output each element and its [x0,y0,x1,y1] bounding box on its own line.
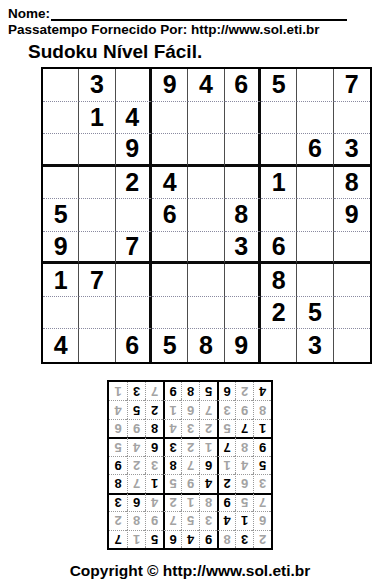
solution-cell-r2c5: 5 [181,511,199,529]
solution-cell-r5c9: 9 [109,456,127,474]
solution-cell-r1c8: 1 [127,530,145,548]
cell-r5c3[interactable] [116,199,152,232]
cell-r3c5[interactable] [188,134,224,167]
solution-cell-r1c2: 3 [235,530,253,548]
cell-r3c9: 3 [334,134,370,167]
cell-r4c5[interactable] [188,167,224,200]
solution-cell-r8c9: 4 [109,400,127,418]
solution-cell-r8c3: 3 [217,400,235,418]
solution-cell-r4c1: 3 [253,474,271,492]
solution-cell-r5c6: 8 [163,456,181,474]
solution-cell-r6c5: 2 [181,437,199,455]
solution-cell-r2c2: 1 [235,511,253,529]
cell-r8c5[interactable] [188,297,224,330]
solution-cell-r6c6: 3 [163,437,181,455]
cell-r8c3[interactable] [116,297,152,330]
cell-r5c1: 5 [43,199,79,232]
cell-r7c6[interactable] [225,264,261,297]
solution-cell-r7c3: 5 [217,419,235,437]
cell-r2c6[interactable] [225,102,261,135]
cell-r1c7: 5 [261,69,297,102]
cell-r4c6[interactable] [225,167,261,200]
cell-r2c3: 4 [116,102,152,135]
solution-cell-r8c1: 8 [253,400,271,418]
cell-r8c9[interactable] [334,297,370,330]
solution-cell-r6c4: 1 [199,437,217,455]
solution-cell-r6c2: 8 [235,437,253,455]
cell-r8c2[interactable] [79,297,115,330]
solution-cell-r9c8: 3 [127,382,145,400]
cell-r5c6: 8 [225,199,261,232]
cell-r8c1[interactable] [43,297,79,330]
copyright-text: Copyright © http://www.sol.eti.br [0,562,380,580]
cell-r2c9[interactable] [334,102,370,135]
solution-cell-r7c5: 3 [181,419,199,437]
cell-r9c8: 3 [297,329,333,362]
solution-cell-r8c4: 7 [199,400,217,418]
cell-r3c4[interactable] [152,134,188,167]
solution-cell-r3c6: 2 [163,493,181,511]
cell-r3c6[interactable] [225,134,261,167]
cell-r7c2: 7 [79,264,115,297]
cell-r4c4: 4 [152,167,188,200]
solution-cell-r3c9: 3 [109,493,127,511]
cell-r7c8[interactable] [297,264,333,297]
solution-cell-r3c8: 6 [127,493,145,511]
solution-cell-r5c3: 1 [217,456,235,474]
cell-r4c3: 2 [116,167,152,200]
solution-cell-r3c2: 5 [235,493,253,511]
cell-r7c1: 1 [43,264,79,297]
cell-r9c2[interactable] [79,329,115,362]
solution-cell-r2c7: 9 [145,511,163,529]
solution-cell-r3c4: 8 [199,493,217,511]
solution-cell-r4c3: 2 [217,474,235,492]
cell-r3c2[interactable] [79,134,115,167]
cell-r4c2[interactable] [79,167,115,200]
solution-cell-r9c6: 9 [163,382,181,400]
solution-cell-r8c2: 9 [235,400,253,418]
solution-cell-r4c5: 9 [181,474,199,492]
cell-r2c7[interactable] [261,102,297,135]
solution-cell-r4c6: 5 [163,474,181,492]
cell-r9c1: 4 [43,329,79,362]
cell-r1c9: 7 [334,69,370,102]
cell-r6c7: 6 [261,232,297,265]
cell-r6c3: 7 [116,232,152,265]
name-blank-line[interactable] [51,6,347,21]
solution-cell-r2c4: 3 [199,511,217,529]
solution-cell-r9c7: 7 [145,382,163,400]
cell-r6c6: 3 [225,232,261,265]
solution-cell-r4c2: 6 [235,474,253,492]
solution-cell-r4c8: 7 [127,474,145,492]
solution-cell-r4c9: 8 [109,474,127,492]
page: Nome: Passatempo Fornecido Por: http://w… [0,0,380,585]
solution-cell-r6c1: 9 [253,437,271,455]
cell-r1c3[interactable] [116,69,152,102]
solution-cell-r7c1: 1 [253,419,271,437]
cell-r6c4[interactable] [152,232,188,265]
solution-cell-r7c7: 8 [145,419,163,437]
cell-r6c2[interactable] [79,232,115,265]
cell-r5c4: 6 [152,199,188,232]
solution-cell-r7c6: 4 [163,419,181,437]
cell-r5c7[interactable] [261,199,297,232]
solution-cell-r2c9: 2 [109,511,127,529]
cell-r1c8[interactable] [297,69,333,102]
solution-cell-r7c9: 6 [109,419,127,437]
solution-cell-r8c7: 2 [145,400,163,418]
solution-cell-r2c6: 7 [163,511,181,529]
solution-cell-r5c1: 5 [253,456,271,474]
solution-cell-r8c5: 6 [181,400,199,418]
cell-r1c4: 9 [152,69,188,102]
sudoku-board: 3946571496324185689973617825465893 [41,67,372,364]
solution-cell-r9c1: 4 [253,382,271,400]
solution-cell-r5c8: 2 [127,456,145,474]
cell-r3c3: 9 [116,134,152,167]
solution-cell-r6c8: 4 [127,437,145,455]
solution-cell-r2c1: 6 [253,511,271,529]
solution-cell-r1c6: 6 [163,530,181,548]
cell-r7c7: 8 [261,264,297,297]
solution-cell-r9c9: 1 [109,382,127,400]
solution-cell-r9c4: 5 [199,382,217,400]
cell-r5c8[interactable] [297,199,333,232]
cell-r1c5: 4 [188,69,224,102]
solution-cell-r6c7: 6 [145,437,163,455]
cell-r5c9: 9 [334,199,370,232]
solution-cell-r1c9: 7 [109,530,127,548]
cell-r9c7[interactable] [261,329,297,362]
solution-cell-r7c8: 9 [127,419,145,437]
cell-r1c6: 6 [225,69,261,102]
solution-cell-r3c1: 7 [253,493,271,511]
cell-r9c3: 6 [116,329,152,362]
solution-cell-r1c3: 8 [217,530,235,548]
solution-cell-r4c4: 4 [199,474,217,492]
solution-cell-r5c2: 4 [235,456,253,474]
cell-r6c1: 9 [43,232,79,265]
solution-cell-r9c3: 6 [217,382,235,400]
cell-r2c5[interactable] [188,102,224,135]
solution-cell-r1c5: 4 [181,530,199,548]
provided-by-text: Passatempo Fornecido Por: http://www.sol… [8,22,380,39]
cell-r2c4[interactable] [152,102,188,135]
solution-cell-r3c7: 4 [145,493,163,511]
name-label: Nome: [8,6,50,21]
cell-r5c5[interactable] [188,199,224,232]
solution-cell-r6c9: 5 [109,437,127,455]
solution-cell-r1c4: 9 [199,530,217,548]
solution-cell-r1c1: 2 [253,530,271,548]
cell-r7c3[interactable] [116,264,152,297]
cell-r2c2: 1 [79,102,115,135]
solution-cell-r2c3: 4 [217,511,235,529]
solution-cell-r9c5: 8 [181,382,199,400]
cell-r6c8[interactable] [297,232,333,265]
cell-r9c4: 5 [152,329,188,362]
cell-r1c2: 3 [79,69,115,102]
cell-r2c1[interactable] [43,102,79,135]
cell-r3c8: 6 [297,134,333,167]
cell-r8c8: 5 [297,297,333,330]
cell-r7c9[interactable] [334,264,370,297]
page-title: Sudoku Nível Fácil. [28,41,380,65]
cell-r9c5: 8 [188,329,224,362]
solution-cell-r3c5: 1 [181,493,199,511]
solution-cell-r5c7: 3 [145,456,163,474]
solution-cell-r5c4: 6 [199,456,217,474]
solution-cell-r4c7: 1 [145,474,163,492]
solution-cell-r9c2: 2 [235,382,253,400]
solution-cell-r7c4: 2 [199,419,217,437]
cell-r6c9[interactable] [334,232,370,265]
solution-cell-r6c3: 7 [217,437,235,455]
solution-board: 2389465176143579827598124633624951785416… [107,380,273,550]
cell-r6c5[interactable] [188,232,224,265]
cell-r4c9: 8 [334,167,370,200]
solution-cell-r3c3: 9 [217,493,235,511]
solution-cell-r1c7: 5 [145,530,163,548]
cell-r8c6[interactable] [225,297,261,330]
cell-r5c2[interactable] [79,199,115,232]
name-row: Nome: [8,3,347,21]
cell-r4c1[interactable] [43,167,79,200]
cell-r7c4[interactable] [152,264,188,297]
cell-r1c1[interactable] [43,69,79,102]
cell-r7c5[interactable] [188,264,224,297]
solution-cell-r5c5: 7 [181,456,199,474]
cell-r8c4[interactable] [152,297,188,330]
cell-r3c7[interactable] [261,134,297,167]
cell-r9c6: 9 [225,329,261,362]
solution-cell-r8c6: 1 [163,400,181,418]
cell-r2c8[interactable] [297,102,333,135]
cell-r4c7: 1 [261,167,297,200]
cell-r4c8[interactable] [297,167,333,200]
solution-cell-r2c8: 8 [127,511,145,529]
cell-r8c7: 2 [261,297,297,330]
cell-r9c9[interactable] [334,329,370,362]
solution-cell-r8c8: 5 [127,400,145,418]
cell-r3c1[interactable] [43,134,79,167]
solution-cell-r7c2: 7 [235,419,253,437]
